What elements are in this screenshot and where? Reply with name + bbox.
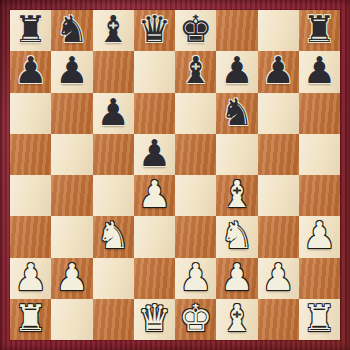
square-c8[interactable]: ♝ <box>93 10 134 51</box>
square-f4[interactable]: ♝ <box>216 175 257 216</box>
white-pawn-b2[interactable]: ♟ <box>55 258 88 298</box>
square-g1[interactable] <box>258 299 299 340</box>
square-d2[interactable] <box>134 258 175 299</box>
square-b6[interactable] <box>51 93 92 134</box>
black-queen-d8[interactable]: ♛ <box>138 10 171 50</box>
square-b5[interactable] <box>51 134 92 175</box>
square-g6[interactable] <box>258 93 299 134</box>
square-h8[interactable]: ♜ <box>299 10 340 51</box>
white-knight-c3[interactable]: ♞ <box>97 216 130 256</box>
square-c2[interactable] <box>93 258 134 299</box>
white-bishop-f4[interactable]: ♝ <box>220 175 253 215</box>
square-b4[interactable] <box>51 175 92 216</box>
black-knight-f6[interactable]: ♞ <box>220 93 253 133</box>
square-e5[interactable] <box>175 134 216 175</box>
square-d4[interactable]: ♟ <box>134 175 175 216</box>
square-e7[interactable]: ♝ <box>175 51 216 92</box>
white-pawn-d4[interactable]: ♟ <box>138 175 171 215</box>
square-f7[interactable]: ♟ <box>216 51 257 92</box>
square-f8[interactable] <box>216 10 257 51</box>
square-b7[interactable]: ♟ <box>51 51 92 92</box>
square-c6[interactable]: ♟ <box>93 93 134 134</box>
square-a2[interactable]: ♟ <box>10 258 51 299</box>
black-pawn-g7[interactable]: ♟ <box>262 51 295 91</box>
square-a7[interactable]: ♟ <box>10 51 51 92</box>
square-a3[interactable] <box>10 216 51 257</box>
square-b2[interactable]: ♟ <box>51 258 92 299</box>
square-g3[interactable] <box>258 216 299 257</box>
board-frame: ♜♞♝♛♚♜♟♟♝♟♟♟♟♞♟♟♝♞♞♟♟♟♟♟♟♜♛♚♝♜ <box>0 0 350 350</box>
square-g7[interactable]: ♟ <box>258 51 299 92</box>
black-pawn-h7[interactable]: ♟ <box>303 51 336 91</box>
square-d3[interactable] <box>134 216 175 257</box>
square-h2[interactable] <box>299 258 340 299</box>
square-f6[interactable]: ♞ <box>216 93 257 134</box>
square-a1[interactable]: ♜ <box>10 299 51 340</box>
black-pawn-d5[interactable]: ♟ <box>138 134 171 174</box>
square-c5[interactable] <box>93 134 134 175</box>
square-e3[interactable] <box>175 216 216 257</box>
square-e2[interactable]: ♟ <box>175 258 216 299</box>
white-pawn-f2[interactable]: ♟ <box>220 258 253 298</box>
white-pawn-g2[interactable]: ♟ <box>262 258 295 298</box>
square-h3[interactable]: ♟ <box>299 216 340 257</box>
square-h6[interactable] <box>299 93 340 134</box>
black-knight-b8[interactable]: ♞ <box>55 10 88 50</box>
white-queen-d1[interactable]: ♛ <box>138 299 171 339</box>
square-h5[interactable] <box>299 134 340 175</box>
square-b1[interactable] <box>51 299 92 340</box>
square-a8[interactable]: ♜ <box>10 10 51 51</box>
square-c4[interactable] <box>93 175 134 216</box>
black-rook-h8[interactable]: ♜ <box>303 10 336 50</box>
square-h7[interactable]: ♟ <box>299 51 340 92</box>
square-d1[interactable]: ♛ <box>134 299 175 340</box>
square-d8[interactable]: ♛ <box>134 10 175 51</box>
black-king-e8[interactable]: ♚ <box>179 10 212 50</box>
black-bishop-e7[interactable]: ♝ <box>179 51 212 91</box>
square-f3[interactable]: ♞ <box>216 216 257 257</box>
square-h1[interactable]: ♜ <box>299 299 340 340</box>
square-g5[interactable] <box>258 134 299 175</box>
white-pawn-a2[interactable]: ♟ <box>14 258 47 298</box>
square-h4[interactable] <box>299 175 340 216</box>
square-e4[interactable] <box>175 175 216 216</box>
black-rook-a8[interactable]: ♜ <box>14 10 47 50</box>
square-c7[interactable] <box>93 51 134 92</box>
white-rook-h1[interactable]: ♜ <box>303 299 336 339</box>
square-a5[interactable] <box>10 134 51 175</box>
square-g8[interactable] <box>258 10 299 51</box>
square-b8[interactable]: ♞ <box>51 10 92 51</box>
square-f5[interactable] <box>216 134 257 175</box>
square-c1[interactable] <box>93 299 134 340</box>
square-e8[interactable]: ♚ <box>175 10 216 51</box>
white-rook-a1[interactable]: ♜ <box>14 299 47 339</box>
black-pawn-f7[interactable]: ♟ <box>220 51 253 91</box>
white-bishop-f1[interactable]: ♝ <box>220 299 253 339</box>
black-pawn-c6[interactable]: ♟ <box>97 93 130 133</box>
square-c3[interactable]: ♞ <box>93 216 134 257</box>
square-g2[interactable]: ♟ <box>258 258 299 299</box>
square-d7[interactable] <box>134 51 175 92</box>
square-f2[interactable]: ♟ <box>216 258 257 299</box>
white-king-e1[interactable]: ♚ <box>179 299 212 339</box>
black-pawn-a7[interactable]: ♟ <box>14 51 47 91</box>
square-a6[interactable] <box>10 93 51 134</box>
chess-board: ♜♞♝♛♚♜♟♟♝♟♟♟♟♞♟♟♝♞♞♟♟♟♟♟♟♜♛♚♝♜ <box>10 10 340 340</box>
black-pawn-b7[interactable]: ♟ <box>55 51 88 91</box>
white-pawn-e2[interactable]: ♟ <box>179 258 212 298</box>
square-e6[interactable] <box>175 93 216 134</box>
square-d5[interactable]: ♟ <box>134 134 175 175</box>
white-pawn-h3[interactable]: ♟ <box>303 216 336 256</box>
square-f1[interactable]: ♝ <box>216 299 257 340</box>
square-b3[interactable] <box>51 216 92 257</box>
square-e1[interactable]: ♚ <box>175 299 216 340</box>
white-knight-f3[interactable]: ♞ <box>220 216 253 256</box>
black-bishop-c8[interactable]: ♝ <box>97 10 130 50</box>
square-a4[interactable] <box>10 175 51 216</box>
square-d6[interactable] <box>134 93 175 134</box>
square-g4[interactable] <box>258 175 299 216</box>
